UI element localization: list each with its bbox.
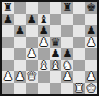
- square-d3[interactable]: ♝: [38, 60, 50, 72]
- square-f4[interactable]: ♟: [61, 48, 73, 60]
- piece-white-pawn: ♟: [3, 71, 13, 82]
- square-f6[interactable]: [61, 25, 73, 37]
- square-c5[interactable]: [26, 37, 38, 49]
- square-g2[interactable]: [73, 71, 85, 83]
- square-h6[interactable]: ♟: [85, 25, 97, 37]
- piece-white-pawn: ♟: [27, 48, 37, 59]
- square-g5[interactable]: [73, 37, 85, 49]
- square-f5[interactable]: [61, 37, 73, 49]
- square-h2[interactable]: ♟: [85, 71, 97, 83]
- square-f3[interactable]: ♞: [61, 60, 73, 72]
- square-a5[interactable]: [2, 37, 14, 49]
- square-c4[interactable]: ♟: [26, 48, 38, 60]
- square-a3[interactable]: [2, 60, 14, 72]
- square-c8[interactable]: [26, 2, 38, 14]
- piece-white-pawn: ♟: [86, 71, 96, 82]
- piece-white-pawn: ♟: [62, 71, 72, 82]
- piece-black-pawn: ♟: [15, 25, 25, 36]
- square-d7[interactable]: ♝: [38, 14, 50, 26]
- piece-black-queen: ♛: [51, 37, 61, 48]
- piece-white-knight: ♞: [62, 60, 72, 71]
- square-b6[interactable]: ♟: [14, 25, 26, 37]
- square-g1[interactable]: ♜: [73, 83, 85, 95]
- square-b8[interactable]: [14, 2, 26, 14]
- piece-white-pawn: ♟: [86, 37, 96, 48]
- square-b1[interactable]: [14, 83, 26, 95]
- square-c6[interactable]: [26, 25, 38, 37]
- square-e6[interactable]: [50, 25, 62, 37]
- square-d4[interactable]: [38, 48, 50, 60]
- piece-black-pawn: ♟: [39, 25, 49, 36]
- piece-white-queen: ♛: [27, 71, 37, 82]
- piece-black-rook: ♜: [62, 2, 72, 13]
- square-b3[interactable]: [14, 60, 26, 72]
- square-d5[interactable]: ♟: [38, 37, 50, 49]
- square-g6[interactable]: [73, 25, 85, 37]
- piece-black-bishop: ♝: [39, 14, 49, 25]
- square-h1[interactable]: ♚: [85, 83, 97, 95]
- piece-black-king: ♚: [86, 2, 96, 13]
- square-e4[interactable]: ♟: [50, 48, 62, 60]
- square-a7[interactable]: ♟: [2, 14, 14, 26]
- square-e1[interactable]: [50, 83, 62, 95]
- square-b2[interactable]: ♟: [14, 71, 26, 83]
- piece-white-pawn: ♟: [15, 71, 25, 82]
- square-e3[interactable]: ♝: [50, 60, 62, 72]
- square-b4[interactable]: [14, 48, 26, 60]
- piece-black-pawn: ♟: [86, 25, 96, 36]
- square-h3[interactable]: [85, 60, 97, 72]
- square-c7[interactable]: ♟: [26, 14, 38, 26]
- square-h4[interactable]: [85, 48, 97, 60]
- square-e2[interactable]: [50, 71, 62, 83]
- square-e7[interactable]: [50, 14, 62, 26]
- square-a6[interactable]: [2, 25, 14, 37]
- square-a2[interactable]: ♟: [2, 71, 14, 83]
- square-g4[interactable]: [73, 48, 85, 60]
- square-c1[interactable]: [26, 83, 38, 95]
- square-g8[interactable]: [73, 2, 85, 14]
- piece-black-rook: ♜: [3, 2, 13, 13]
- piece-black-pawn: ♟: [27, 14, 37, 25]
- piece-white-bishop: ♝: [39, 60, 49, 71]
- piece-black-pawn: ♟: [3, 14, 13, 25]
- piece-white-bishop: ♝: [51, 60, 61, 71]
- piece-black-pawn: ♟: [62, 48, 72, 59]
- square-d6[interactable]: ♟: [38, 25, 50, 37]
- square-f8[interactable]: ♜: [61, 2, 73, 14]
- square-d2[interactable]: [38, 71, 50, 83]
- square-a4[interactable]: [2, 48, 14, 60]
- square-g3[interactable]: [73, 60, 85, 72]
- square-f7[interactable]: [61, 14, 73, 26]
- square-b5[interactable]: [14, 37, 26, 49]
- square-e8[interactable]: [50, 2, 62, 14]
- square-g7[interactable]: [73, 14, 85, 26]
- square-d1[interactable]: [38, 83, 50, 95]
- square-c3[interactable]: [26, 60, 38, 72]
- square-e5[interactable]: ♛: [50, 37, 62, 49]
- square-h7[interactable]: [85, 14, 97, 26]
- square-h5[interactable]: ♟: [85, 37, 97, 49]
- piece-white-pawn: ♟: [39, 37, 49, 48]
- square-a8[interactable]: ♜: [2, 2, 14, 14]
- square-b7[interactable]: [14, 14, 26, 26]
- square-f1[interactable]: [61, 83, 73, 95]
- square-d8[interactable]: [38, 2, 50, 14]
- square-c2[interactable]: ♛: [26, 71, 38, 83]
- chess-board: ♜♜♚♟♟♝♟♟♟♟♛♟♟♟♟♝♝♞♟♟♛♟♟♜♚: [0, 0, 99, 96]
- piece-black-pawn: ♟: [51, 48, 61, 59]
- square-f2[interactable]: ♟: [61, 71, 73, 83]
- piece-white-rook: ♜: [74, 83, 84, 94]
- square-h8[interactable]: ♚: [85, 2, 97, 14]
- square-a1[interactable]: [2, 83, 14, 95]
- piece-white-king: ♚: [86, 83, 96, 94]
